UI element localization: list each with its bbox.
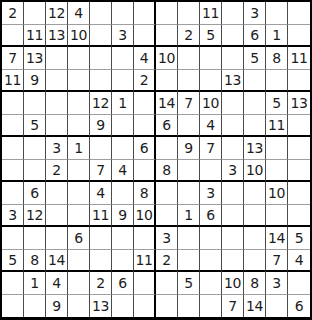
cell-r10c9[interactable]: 1	[178, 205, 200, 228]
cell-r5c13[interactable]: 5	[266, 92, 288, 115]
cell-r8c14[interactable]	[288, 160, 310, 183]
cell-r6c9[interactable]	[178, 115, 200, 138]
cell-r4c4[interactable]	[68, 70, 90, 93]
cell-r4c13[interactable]	[266, 70, 288, 93]
cell-r3c14[interactable]: 11	[288, 47, 310, 70]
cell-r5c8[interactable]: 14	[156, 92, 178, 115]
cell-r9c1[interactable]	[2, 182, 24, 205]
cell-r11c8[interactable]: 3	[156, 227, 178, 250]
cell-r12c7[interactable]: 11	[134, 250, 156, 273]
cell-r6c4[interactable]	[68, 115, 90, 138]
cell-r6c2[interactable]: 5	[24, 115, 46, 138]
cell-r2c1[interactable]	[2, 25, 24, 48]
cell-r10c3[interactable]	[46, 205, 68, 228]
cell-r2c2[interactable]: 11	[24, 25, 46, 48]
cell-r6c10[interactable]: 4	[200, 115, 222, 138]
cell-r14c14[interactable]: 6	[288, 295, 310, 318]
cell-r7c12[interactable]: 13	[244, 137, 266, 160]
cell-r4c9[interactable]	[178, 70, 200, 93]
cell-r14c6[interactable]	[112, 295, 134, 318]
cell-r10c4[interactable]	[68, 205, 90, 228]
cell-r1c7[interactable]	[134, 2, 156, 25]
cell-r11c13[interactable]: 14	[266, 227, 288, 250]
cell-r14c1[interactable]	[2, 295, 24, 318]
cell-r11c11[interactable]	[222, 227, 244, 250]
cell-r12c14[interactable]: 4	[288, 250, 310, 273]
cell-r1c9[interactable]	[178, 2, 200, 25]
cell-r12c9[interactable]	[178, 250, 200, 273]
cell-r9c13[interactable]: 10	[266, 182, 288, 205]
sudoku-puzzle: 2124113111310325617134105811119213121147…	[0, 0, 312, 320]
cell-r13c3[interactable]: 4	[46, 272, 68, 295]
cell-r10c6[interactable]: 9	[112, 205, 134, 228]
cell-r8c12[interactable]: 10	[244, 160, 266, 183]
cell-r2c12[interactable]: 6	[244, 25, 266, 48]
cell-r12c13[interactable]: 7	[266, 250, 288, 273]
cell-r5c7[interactable]	[134, 92, 156, 115]
cell-r7c3[interactable]: 3	[46, 137, 68, 160]
cell-r7c2[interactable]	[24, 137, 46, 160]
cell-r12c11[interactable]	[222, 250, 244, 273]
cell-r4c7[interactable]: 2	[134, 70, 156, 93]
cell-r5c9[interactable]: 7	[178, 92, 200, 115]
cell-r11c4[interactable]: 6	[68, 227, 90, 250]
cell-r13c10[interactable]	[200, 272, 222, 295]
cell-r14c13[interactable]	[266, 295, 288, 318]
cell-r6c1[interactable]	[2, 115, 24, 138]
cell-r11c9[interactable]	[178, 227, 200, 250]
cell-r11c6[interactable]	[112, 227, 134, 250]
cell-r10c14[interactable]	[288, 205, 310, 228]
cell-r5c5[interactable]: 12	[90, 92, 112, 115]
cell-r2c11[interactable]	[222, 25, 244, 48]
cell-r8c3[interactable]: 2	[46, 160, 68, 183]
cell-r2c9[interactable]: 2	[178, 25, 200, 48]
cell-r14c7[interactable]	[134, 295, 156, 318]
cell-r14c8[interactable]	[156, 295, 178, 318]
cell-r3c3[interactable]	[46, 47, 68, 70]
cell-r14c2[interactable]	[24, 295, 46, 318]
cell-r14c3[interactable]: 9	[46, 295, 68, 318]
cell-r8c11[interactable]: 3	[222, 160, 244, 183]
cell-r4c5[interactable]	[90, 70, 112, 93]
cell-r4c14[interactable]	[288, 70, 310, 93]
cell-r10c8[interactable]	[156, 205, 178, 228]
cell-r11c7[interactable]	[134, 227, 156, 250]
cell-r11c3[interactable]	[46, 227, 68, 250]
cell-r10c12[interactable]	[244, 205, 266, 228]
cell-r11c2[interactable]	[24, 227, 46, 250]
cell-r1c10[interactable]: 11	[200, 2, 222, 25]
cell-r3c4[interactable]	[68, 47, 90, 70]
cell-r6c12[interactable]	[244, 115, 266, 138]
cell-r2c4[interactable]: 10	[68, 25, 90, 48]
cell-r1c5[interactable]	[90, 2, 112, 25]
cell-r12c3[interactable]: 14	[46, 250, 68, 273]
cell-r6c6[interactable]	[112, 115, 134, 138]
cell-r1c12[interactable]: 3	[244, 2, 266, 25]
cell-r1c2[interactable]	[24, 2, 46, 25]
cell-r7c9[interactable]: 9	[178, 137, 200, 160]
cell-r10c7[interactable]: 10	[134, 205, 156, 228]
cell-r11c12[interactable]	[244, 227, 266, 250]
cell-r4c11[interactable]: 13	[222, 70, 244, 93]
cell-r9c6[interactable]	[112, 182, 134, 205]
cell-r7c13[interactable]	[266, 137, 288, 160]
cell-r7c8[interactable]	[156, 137, 178, 160]
cell-r2c6[interactable]: 3	[112, 25, 134, 48]
cell-r13c8[interactable]	[156, 272, 178, 295]
cell-r5c3[interactable]	[46, 92, 68, 115]
cell-r7c4[interactable]: 1	[68, 137, 90, 160]
cell-r9c12[interactable]	[244, 182, 266, 205]
cell-r7c11[interactable]	[222, 137, 244, 160]
cell-r9c2[interactable]: 6	[24, 182, 46, 205]
cell-r5c4[interactable]	[68, 92, 90, 115]
cell-r7c7[interactable]: 6	[134, 137, 156, 160]
cell-r13c13[interactable]: 3	[266, 272, 288, 295]
cell-r6c5[interactable]: 9	[90, 115, 112, 138]
cell-r12c1[interactable]: 5	[2, 250, 24, 273]
cell-r1c4[interactable]: 4	[68, 2, 90, 25]
cell-r13c9[interactable]: 5	[178, 272, 200, 295]
cell-r3c7[interactable]: 4	[134, 47, 156, 70]
cell-r7c10[interactable]: 7	[200, 137, 222, 160]
cell-r6c7[interactable]	[134, 115, 156, 138]
cell-r3c13[interactable]: 8	[266, 47, 288, 70]
cell-r10c5[interactable]: 11	[90, 205, 112, 228]
cell-r1c8[interactable]	[156, 2, 178, 25]
cell-r14c12[interactable]: 14	[244, 295, 266, 318]
cell-r3c6[interactable]	[112, 47, 134, 70]
cell-r4c1[interactable]: 11	[2, 70, 24, 93]
cell-r3c9[interactable]	[178, 47, 200, 70]
cell-r10c1[interactable]: 3	[2, 205, 24, 228]
cell-r4c8[interactable]	[156, 70, 178, 93]
cell-r6c14[interactable]	[288, 115, 310, 138]
cell-r12c6[interactable]	[112, 250, 134, 273]
cell-r4c2[interactable]: 9	[24, 70, 46, 93]
cell-r2c14[interactable]	[288, 25, 310, 48]
cell-r8c8[interactable]: 8	[156, 160, 178, 183]
cell-r14c5[interactable]: 13	[90, 295, 112, 318]
cell-r13c4[interactable]	[68, 272, 90, 295]
cell-r4c12[interactable]	[244, 70, 266, 93]
cell-r2c8[interactable]	[156, 25, 178, 48]
cell-r11c14[interactable]: 5	[288, 227, 310, 250]
cell-r8c6[interactable]: 4	[112, 160, 134, 183]
cell-r14c4[interactable]	[68, 295, 90, 318]
cell-r5c10[interactable]: 10	[200, 92, 222, 115]
cell-r1c14[interactable]	[288, 2, 310, 25]
cell-r8c7[interactable]	[134, 160, 156, 183]
cell-r9c11[interactable]	[222, 182, 244, 205]
cell-r9c9[interactable]	[178, 182, 200, 205]
cell-r14c11[interactable]: 7	[222, 295, 244, 318]
cell-r9c4[interactable]	[68, 182, 90, 205]
cell-r3c10[interactable]	[200, 47, 222, 70]
cell-r4c6[interactable]	[112, 70, 134, 93]
cell-r5c14[interactable]: 13	[288, 92, 310, 115]
cell-r12c2[interactable]: 8	[24, 250, 46, 273]
cell-r13c2[interactable]: 1	[24, 272, 46, 295]
cell-r3c2[interactable]: 13	[24, 47, 46, 70]
cell-r1c13[interactable]	[266, 2, 288, 25]
cell-r2c7[interactable]	[134, 25, 156, 48]
cell-r3c5[interactable]	[90, 47, 112, 70]
cell-r10c13[interactable]	[266, 205, 288, 228]
cell-r2c3[interactable]: 13	[46, 25, 68, 48]
cell-r13c14[interactable]	[288, 272, 310, 295]
cell-r7c14[interactable]	[288, 137, 310, 160]
cell-r8c10[interactable]	[200, 160, 222, 183]
cell-r11c1[interactable]	[2, 227, 24, 250]
cell-r13c12[interactable]: 8	[244, 272, 266, 295]
cell-r14c9[interactable]	[178, 295, 200, 318]
cell-r3c1[interactable]: 7	[2, 47, 24, 70]
cell-r8c4[interactable]	[68, 160, 90, 183]
cell-r10c11[interactable]	[222, 205, 244, 228]
cell-r12c5[interactable]	[90, 250, 112, 273]
cell-r8c13[interactable]	[266, 160, 288, 183]
cell-r13c5[interactable]: 2	[90, 272, 112, 295]
cell-r6c8[interactable]: 6	[156, 115, 178, 138]
cell-r2c13[interactable]: 1	[266, 25, 288, 48]
cell-r13c11[interactable]: 10	[222, 272, 244, 295]
sudoku-board: 2124113111310325617134105811119213121147…	[0, 0, 312, 320]
cell-r1c1[interactable]: 2	[2, 2, 24, 25]
cell-r1c3[interactable]: 12	[46, 2, 68, 25]
cell-r12c10[interactable]	[200, 250, 222, 273]
cell-r5c11[interactable]	[222, 92, 244, 115]
cell-r7c5[interactable]	[90, 137, 112, 160]
cell-r2c10[interactable]: 5	[200, 25, 222, 48]
cell-r13c7[interactable]	[134, 272, 156, 295]
cell-r4c3[interactable]	[46, 70, 68, 93]
cell-r13c1[interactable]	[2, 272, 24, 295]
cell-r12c4[interactable]	[68, 250, 90, 273]
cell-r9c10[interactable]: 3	[200, 182, 222, 205]
cell-r9c8[interactable]	[156, 182, 178, 205]
cell-r1c6[interactable]	[112, 2, 134, 25]
cell-r3c12[interactable]: 5	[244, 47, 266, 70]
cell-r8c9[interactable]	[178, 160, 200, 183]
cell-r12c8[interactable]: 2	[156, 250, 178, 273]
cell-r9c5[interactable]: 4	[90, 182, 112, 205]
cell-r10c10[interactable]: 6	[200, 205, 222, 228]
cell-r7c6[interactable]	[112, 137, 134, 160]
cell-r8c5[interactable]: 7	[90, 160, 112, 183]
cell-r3c8[interactable]: 10	[156, 47, 178, 70]
cell-r5c12[interactable]	[244, 92, 266, 115]
cell-r2c5[interactable]	[90, 25, 112, 48]
cell-r8c2[interactable]	[24, 160, 46, 183]
cell-r9c7[interactable]: 8	[134, 182, 156, 205]
cell-r1c11[interactable]	[222, 2, 244, 25]
cell-r5c1[interactable]	[2, 92, 24, 115]
cell-r5c2[interactable]	[24, 92, 46, 115]
cell-r7c1[interactable]	[2, 137, 24, 160]
cell-r6c13[interactable]: 11	[266, 115, 288, 138]
cell-r13c6[interactable]: 6	[112, 272, 134, 295]
cell-r6c11[interactable]	[222, 115, 244, 138]
cell-r3c11[interactable]	[222, 47, 244, 70]
cell-r12c12[interactable]	[244, 250, 266, 273]
cell-r9c3[interactable]	[46, 182, 68, 205]
cell-r14c10[interactable]	[200, 295, 222, 318]
cell-r9c14[interactable]	[288, 182, 310, 205]
cell-r11c5[interactable]	[90, 227, 112, 250]
cell-r10c2[interactable]: 12	[24, 205, 46, 228]
cell-r11c10[interactable]	[200, 227, 222, 250]
cell-r5c6[interactable]: 1	[112, 92, 134, 115]
cell-r6c3[interactable]	[46, 115, 68, 138]
cell-r4c10[interactable]	[200, 70, 222, 93]
cell-r8c1[interactable]	[2, 160, 24, 183]
